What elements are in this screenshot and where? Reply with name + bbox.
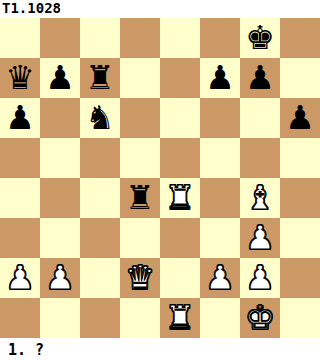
white-pawn-a2[interactable]: ♟ [5,258,35,298]
square-d4[interactable]: ♜ [120,178,160,218]
black-king-g8[interactable]: ♚ [245,18,275,58]
square-b2[interactable]: ♟ [40,258,80,298]
square-h4[interactable] [280,178,320,218]
black-pawn-a6[interactable]: ♟ [5,98,35,138]
square-e6[interactable] [160,98,200,138]
black-pawn-h6[interactable]: ♟ [285,98,315,138]
white-pawn-g2[interactable]: ♟ [245,258,275,298]
square-e8[interactable] [160,18,200,58]
square-d5[interactable] [120,138,160,178]
square-b5[interactable] [40,138,80,178]
square-b4[interactable] [40,178,80,218]
square-d8[interactable] [120,18,160,58]
square-f5[interactable] [200,138,240,178]
square-g2[interactable]: ♟ [240,258,280,298]
square-b3[interactable] [40,218,80,258]
square-d3[interactable] [120,218,160,258]
square-g7[interactable]: ♟ [240,58,280,98]
square-c8[interactable] [80,18,120,58]
square-c6[interactable]: ♞ [80,98,120,138]
square-f3[interactable] [200,218,240,258]
square-a6[interactable]: ♟ [0,98,40,138]
square-e4[interactable]: ♜ [160,178,200,218]
square-f1[interactable] [200,298,240,338]
square-f2[interactable]: ♟ [200,258,240,298]
square-g5[interactable] [240,138,280,178]
square-b6[interactable] [40,98,80,138]
square-h5[interactable] [280,138,320,178]
square-f4[interactable] [200,178,240,218]
square-h1[interactable] [280,298,320,338]
square-f8[interactable] [200,18,240,58]
square-c1[interactable] [80,298,120,338]
square-e5[interactable] [160,138,200,178]
square-b8[interactable] [40,18,80,58]
square-a4[interactable] [0,178,40,218]
square-h8[interactable] [280,18,320,58]
white-bishop-g4[interactable]: ♝ [245,178,275,218]
square-e7[interactable] [160,58,200,98]
square-f7[interactable]: ♟ [200,58,240,98]
square-h7[interactable] [280,58,320,98]
square-g6[interactable] [240,98,280,138]
chess-board: ♚♛♟♜♟♟♟♞♟♜♜♝♟♟♟♛♟♟♜♚ [0,18,320,338]
white-king-g1[interactable]: ♚ [245,298,275,338]
square-b1[interactable] [40,298,80,338]
puzzle-title: T1.1028 [0,0,320,18]
black-pawn-b7[interactable]: ♟ [45,58,75,98]
square-c7[interactable]: ♜ [80,58,120,98]
square-h3[interactable] [280,218,320,258]
square-a2[interactable]: ♟ [0,258,40,298]
square-a3[interactable] [0,218,40,258]
square-a8[interactable] [0,18,40,58]
square-a1[interactable] [0,298,40,338]
black-pawn-f7[interactable]: ♟ [205,58,235,98]
square-c2[interactable] [80,258,120,298]
square-f6[interactable] [200,98,240,138]
square-e1[interactable]: ♜ [160,298,200,338]
white-pawn-g3[interactable]: ♟ [245,218,275,258]
white-rook-e1[interactable]: ♜ [165,298,195,338]
square-h6[interactable]: ♟ [280,98,320,138]
square-c3[interactable] [80,218,120,258]
square-d1[interactable] [120,298,160,338]
square-b7[interactable]: ♟ [40,58,80,98]
square-h2[interactable] [280,258,320,298]
white-queen-d2[interactable]: ♛ [125,258,155,298]
black-knight-c6[interactable]: ♞ [85,98,115,138]
square-g1[interactable]: ♚ [240,298,280,338]
square-a5[interactable] [0,138,40,178]
square-c5[interactable] [80,138,120,178]
white-rook-e4[interactable]: ♜ [165,178,195,218]
square-e2[interactable] [160,258,200,298]
square-g3[interactable]: ♟ [240,218,280,258]
black-rook-c7[interactable]: ♜ [85,58,115,98]
square-g4[interactable]: ♝ [240,178,280,218]
black-rook-d4[interactable]: ♜ [125,178,155,218]
square-e3[interactable] [160,218,200,258]
black-queen-a7[interactable]: ♛ [5,58,35,98]
square-d6[interactable] [120,98,160,138]
square-d2[interactable]: ♛ [120,258,160,298]
white-pawn-b2[interactable]: ♟ [45,258,75,298]
square-c4[interactable] [80,178,120,218]
square-d7[interactable] [120,58,160,98]
white-pawn-f2[interactable]: ♟ [205,258,235,298]
move-prompt: 1. ? [0,338,320,360]
square-a7[interactable]: ♛ [0,58,40,98]
black-pawn-g7[interactable]: ♟ [245,58,275,98]
square-g8[interactable]: ♚ [240,18,280,58]
